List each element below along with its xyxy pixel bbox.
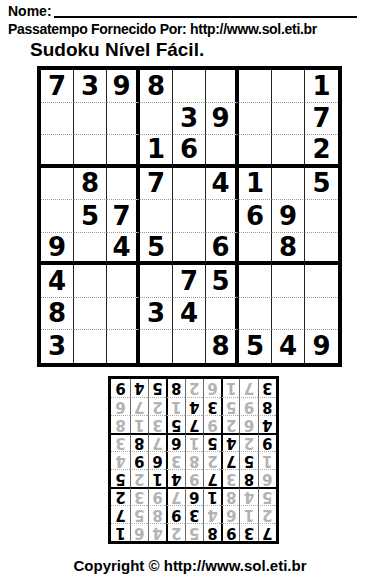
sudoku-cell-r7c2[interactable] <box>74 265 107 298</box>
solution-cell-r6c2: 2 <box>239 433 257 451</box>
solution-cell-r4c1: 6 <box>258 469 276 487</box>
solution-given-digit: 3 <box>244 525 254 540</box>
solution-given-digit: 7 <box>115 507 125 522</box>
given-digit: 2 <box>312 136 330 162</box>
solution-given-digit: 8 <box>207 525 217 540</box>
sudoku-cell-r2c3[interactable] <box>107 103 140 136</box>
sudoku-cell-r5c6[interactable] <box>206 200 239 233</box>
sudoku-cell-r3c4: 1 <box>140 135 173 168</box>
solution-cell-r5c7: 6 <box>148 451 166 469</box>
sudoku-cell-r4c1[interactable] <box>41 168 74 201</box>
given-digit: 6 <box>180 136 198 162</box>
solution-given-digit: 5 <box>171 417 181 432</box>
given-digit: 3 <box>180 105 198 131</box>
sudoku-cell-r3c2[interactable] <box>74 135 107 168</box>
solution-solved-digit: 9 <box>207 417 217 432</box>
sudoku-cell-r3c5: 6 <box>173 135 206 168</box>
solution-cell-r1c6: 2 <box>166 523 184 541</box>
sudoku-cell-r7c5: 7 <box>173 265 206 298</box>
solution-cell-r6c6: 6 <box>166 433 184 451</box>
sudoku-cell-r2c5: 3 <box>173 103 206 136</box>
given-digit: 1 <box>147 136 165 162</box>
solution-solved-digit: 8 <box>189 453 199 468</box>
given-digit: 6 <box>211 234 229 260</box>
solution-solved-digit: 8 <box>152 507 162 522</box>
solution-cell-r1c1: 7 <box>258 523 276 541</box>
solution-cell-r1c2: 3 <box>239 523 257 541</box>
solution-solved-digit: 2 <box>226 417 236 432</box>
solution-cell-r2c1: 2 <box>258 505 276 523</box>
given-digit: 9 <box>48 234 66 260</box>
given-digit: 7 <box>112 203 130 229</box>
solution-cell-r1c3: 9 <box>221 523 239 541</box>
given-digit: 3 <box>48 333 66 359</box>
solution-cell-r3c1: 5 <box>258 487 276 505</box>
sudoku-cell-r3c9: 2 <box>305 135 338 168</box>
solution-solved-digit: 1 <box>262 453 272 468</box>
sudoku-cell-r8c9[interactable] <box>305 298 338 331</box>
name-blank-line[interactable] <box>54 16 357 18</box>
solution-cell-r4c8: 2 <box>130 469 148 487</box>
sudoku-cell-r7c8[interactable] <box>272 265 305 298</box>
solution-solved-digit: 9 <box>244 399 254 414</box>
solution-cell-r6c3: 4 <box>221 433 239 451</box>
solution-given-digit: 1 <box>207 489 217 504</box>
solution-cell-r5c4: 2 <box>203 451 221 469</box>
sudoku-cell-r9c8: 4 <box>272 330 305 363</box>
worksheet: Nome: Passatempo Fornecido Por: http://w… <box>0 0 380 544</box>
solution-given-digit: 2 <box>115 489 125 504</box>
solution-given-digit: 8 <box>171 380 181 395</box>
solution-solved-digit: 2 <box>134 471 144 486</box>
given-digit: 5 <box>81 203 99 229</box>
solution-solved-digit: 6 <box>244 417 254 432</box>
sudoku-cell-r3c3[interactable] <box>107 135 140 168</box>
solution-given-digit: 5 <box>115 471 125 486</box>
solution-cell-r6c1: 9 <box>258 433 276 451</box>
solution-given-digit: 4 <box>262 417 272 432</box>
solution-given-digit: 7 <box>189 417 199 432</box>
solution-cell-r9c7: 5 <box>148 379 166 397</box>
solution-cell-r5c6: 3 <box>166 451 184 469</box>
sudoku-cell-r4c3[interactable] <box>107 168 140 201</box>
solution-given-digit: 1 <box>152 471 162 486</box>
sudoku-cell-r1c3: 9 <box>107 70 140 103</box>
sudoku-cell-r1c4: 8 <box>140 70 173 103</box>
solution-solved-digit: 1 <box>134 417 144 432</box>
solution-cell-r4c9: 5 <box>111 469 129 487</box>
solution-cell-r4c3: 3 <box>221 469 239 487</box>
solution-cell-r8c2: 9 <box>239 397 257 415</box>
solution-solved-digit: 1 <box>171 399 181 414</box>
solution-solved-digit: 6 <box>134 525 144 540</box>
sudoku-cell-r5c8: 9 <box>272 200 305 233</box>
sudoku-cell-r3c8[interactable] <box>272 135 305 168</box>
sudoku-cell-r4c7: 1 <box>239 168 272 201</box>
solution-given-digit: 1 <box>115 525 125 540</box>
sudoku-cell-r6c7[interactable] <box>239 233 272 266</box>
solution-cell-r2c4: 4 <box>203 505 221 523</box>
solution-solved-digit: 2 <box>262 507 272 522</box>
solution-cell-r2c7: 8 <box>148 505 166 523</box>
solution-cell-r4c6: 4 <box>166 469 184 487</box>
sudoku-cell-r2c4[interactable] <box>140 103 173 136</box>
solution-given-digit: 6 <box>171 435 181 450</box>
sudoku-cell-r6c6: 6 <box>206 233 239 266</box>
solution-cell-r8c6: 1 <box>166 397 184 415</box>
solution-solved-digit: 3 <box>152 417 162 432</box>
sudoku-cell-r4c4: 7 <box>140 168 173 201</box>
sudoku-cell-r7c6: 5 <box>206 265 239 298</box>
sudoku-cell-r4c9: 5 <box>305 168 338 201</box>
solution-given-digit: 8 <box>262 399 272 414</box>
sudoku-cell-r6c2[interactable] <box>74 233 107 266</box>
given-digit: 5 <box>312 170 330 196</box>
given-digit: 9 <box>312 333 330 359</box>
solution-cell-r1c5: 5 <box>185 523 203 541</box>
solution-given-digit: 7 <box>226 453 236 468</box>
solution-cell-r5c8: 9 <box>130 451 148 469</box>
solution-cell-r5c1: 1 <box>258 451 276 469</box>
solution-given-digit: 5 <box>244 453 254 468</box>
solution-cell-r7c3: 2 <box>221 415 239 433</box>
solution-solved-digit: 3 <box>134 489 144 504</box>
sudoku-cell-r1c7[interactable] <box>239 70 272 103</box>
given-digit: 9 <box>112 73 130 99</box>
sudoku-cell-r5c3: 7 <box>107 200 140 233</box>
solution-solved-digit: 7 <box>244 380 254 395</box>
sudoku-cell-r2c6: 9 <box>206 103 239 136</box>
solution-given-digit: 3 <box>189 507 199 522</box>
solution-given-digit: 4 <box>171 471 181 486</box>
solution-cell-r7c9: 8 <box>111 415 129 433</box>
given-digit: 1 <box>312 73 330 99</box>
solution-solved-digit: 2 <box>207 453 217 468</box>
sudoku-cell-r8c2[interactable] <box>74 298 107 331</box>
sudoku-cell-r9c2[interactable] <box>74 330 107 363</box>
solution-cell-r4c7: 1 <box>148 469 166 487</box>
given-digit: 4 <box>279 333 297 359</box>
sudoku-cell-r5c2: 5 <box>74 200 107 233</box>
solution-cell-r2c9: 7 <box>111 505 129 523</box>
solution-cell-r7c2: 6 <box>239 415 257 433</box>
sudoku-cell-r1c1: 7 <box>41 70 74 103</box>
solution-solved-digit: 6 <box>115 399 125 414</box>
solution-given-digit: 3 <box>262 380 272 395</box>
sudoku-cell-r7c1: 4 <box>41 265 74 298</box>
given-digit: 7 <box>312 105 330 131</box>
solution-cell-r3c7: 9 <box>148 487 166 505</box>
sudoku-cell-r4c6: 4 <box>206 168 239 201</box>
solution-cell-r9c4: 6 <box>203 379 221 397</box>
solution-cell-r2c2: 1 <box>239 505 257 523</box>
solution-cell-r3c9: 2 <box>111 487 129 505</box>
solution-cell-r7c4: 9 <box>203 415 221 433</box>
solution-cell-r9c1: 3 <box>258 379 276 397</box>
given-digit: 8 <box>147 73 165 99</box>
solution-cell-r7c8: 1 <box>130 415 148 433</box>
sudoku-cell-r8c7[interactable] <box>239 298 272 331</box>
sudoku-cell-r9c5[interactable] <box>173 330 206 363</box>
solution-cell-r4c4: 7 <box>203 469 221 487</box>
sudoku-cell-r5c4[interactable] <box>140 200 173 233</box>
solution-cell-r1c9: 1 <box>111 523 129 541</box>
solution-given-digit: 8 <box>244 471 254 486</box>
solution-cell-r5c2: 5 <box>239 451 257 469</box>
solution-solved-digit: 3 <box>171 453 181 468</box>
sudoku-cell-r2c9: 7 <box>305 103 338 136</box>
given-digit: 7 <box>147 170 165 196</box>
given-digit: 7 <box>48 73 66 99</box>
sudoku-cell-r8c5: 4 <box>173 298 206 331</box>
sudoku-cell-r6c1: 9 <box>41 233 74 266</box>
sudoku-cell-r7c4[interactable] <box>140 265 173 298</box>
solution-given-digit: 9 <box>115 380 125 395</box>
sudoku-cell-r8c8[interactable] <box>272 298 305 331</box>
sudoku-cell-r8c3[interactable] <box>107 298 140 331</box>
solution-cell-r8c9: 6 <box>111 397 129 415</box>
sudoku-cell-r2c7[interactable] <box>239 103 272 136</box>
sudoku-cell-r8c4: 3 <box>140 298 173 331</box>
solution-solved-digit: 8 <box>115 417 125 432</box>
solution-cell-r3c8: 3 <box>130 487 148 505</box>
sudoku-cell-r6c3: 4 <box>107 233 140 266</box>
solution-solved-digit: 5 <box>226 399 236 414</box>
sudoku-cell-r2c2[interactable] <box>74 103 107 136</box>
given-digit: 8 <box>279 234 297 260</box>
name-label: Nome: <box>8 3 52 19</box>
solution-cell-r7c5: 7 <box>185 415 203 433</box>
sudoku-cell-r8c1: 8 <box>41 298 74 331</box>
solution-cell-r3c3: 8 <box>221 487 239 505</box>
given-digit: 3 <box>147 300 165 326</box>
given-digit: 4 <box>112 234 130 260</box>
sudoku-cell-r3c6[interactable] <box>206 135 239 168</box>
solution-given-digit: 5 <box>207 435 217 450</box>
sudoku-cell-r5c1[interactable] <box>41 200 74 233</box>
sudoku-cell-r6c4: 5 <box>140 233 173 266</box>
solution-cell-r2c8: 5 <box>130 505 148 523</box>
solution-given-digit: 9 <box>262 435 272 450</box>
given-digit: 5 <box>211 268 229 294</box>
solution-solved-digit: 4 <box>207 507 217 522</box>
solution-cell-r8c7: 2 <box>148 397 166 415</box>
solution-solved-digit: 9 <box>152 489 162 504</box>
solution-cell-r6c8: 8 <box>130 433 148 451</box>
solution-cell-r9c8: 4 <box>130 379 148 397</box>
solution-cell-r4c2: 8 <box>239 469 257 487</box>
solution-solved-digit: 4 <box>115 453 125 468</box>
solution-given-digit: 7 <box>262 525 272 540</box>
given-digit: 5 <box>147 234 165 260</box>
solution-given-digit: 9 <box>171 507 181 522</box>
sudoku-cell-r4c2: 8 <box>74 168 107 201</box>
given-digit: 7 <box>180 268 198 294</box>
given-digit: 9 <box>211 105 229 131</box>
sudoku-cell-r2c8[interactable] <box>272 103 305 136</box>
given-digit: 4 <box>48 268 66 294</box>
solution-cell-r8c4: 3 <box>203 397 221 415</box>
solution-cell-r2c5: 3 <box>185 505 203 523</box>
solution-given-digit: 9 <box>226 525 236 540</box>
solution-solved-digit: 4 <box>152 525 162 540</box>
solution-solved-digit: 7 <box>171 489 181 504</box>
solution-cell-r1c7: 4 <box>148 523 166 541</box>
solution-solved-digit: 3 <box>115 435 125 450</box>
sudoku-cell-r5c9[interactable] <box>305 200 338 233</box>
solution-solved-digit: 9 <box>189 471 199 486</box>
solution-solved-digit: 5 <box>134 507 144 522</box>
solution-solved-digit: 1 <box>244 507 254 522</box>
sudoku-cell-r8c6[interactable] <box>206 298 239 331</box>
solution-given-digit: 6 <box>152 453 162 468</box>
given-digit: 3 <box>81 73 99 99</box>
puzzle-grid: 739813971628741557699456847583438549 <box>37 66 342 367</box>
solution-cell-r1c4: 8 <box>203 523 221 541</box>
sudoku-cell-r6c8: 8 <box>272 233 305 266</box>
sudoku-cell-r9c7: 5 <box>239 330 272 363</box>
solution-cell-r7c6: 5 <box>166 415 184 433</box>
solution-cell-r7c7: 3 <box>148 415 166 433</box>
sudoku-cell-r5c7: 6 <box>239 200 272 233</box>
page-title: Sudoku Nível Fácil. <box>30 40 380 60</box>
solution-given-digit: 5 <box>152 380 162 395</box>
solution-cell-r6c9: 3 <box>111 433 129 451</box>
sudoku-cell-r3c7[interactable] <box>239 135 272 168</box>
solution-cell-r5c3: 7 <box>221 451 239 469</box>
solution-solved-digit: 1 <box>189 435 199 450</box>
solution-given-digit: 4 <box>226 435 236 450</box>
sudoku-cell-r7c9[interactable] <box>305 265 338 298</box>
solution-solved-digit: 6 <box>262 471 272 486</box>
solution-given-digit: 4 <box>134 380 144 395</box>
sudoku-cell-r6c5[interactable] <box>173 233 206 266</box>
sudoku-cell-r9c9: 9 <box>305 330 338 363</box>
solution-solved-digit: 7 <box>152 435 162 450</box>
sudoku-cell-r4c8[interactable] <box>272 168 305 201</box>
solution-cell-r2c6: 9 <box>166 505 184 523</box>
solution-cell-r9c6: 8 <box>166 379 184 397</box>
solution-cell-r4c5: 9 <box>185 469 203 487</box>
solution-given-digit: 3 <box>207 399 217 414</box>
sudoku-cell-r1c9: 1 <box>305 70 338 103</box>
solution-cell-r9c9: 9 <box>111 379 129 397</box>
solution-cell-r8c1: 8 <box>258 397 276 415</box>
solution-cell-r9c5: 2 <box>185 379 203 397</box>
solution-cell-r2c3: 6 <box>221 505 239 523</box>
solution-cell-r9c2: 7 <box>239 379 257 397</box>
solution-solved-digit: 5 <box>189 525 199 540</box>
solution-cell-r9c3: 1 <box>221 379 239 397</box>
given-digit: 8 <box>48 300 66 326</box>
provider-line: Passatempo Fornecido Por: http://www.sol… <box>8 21 380 37</box>
solution-cell-r3c2: 4 <box>239 487 257 505</box>
solution-solved-digit: 2 <box>152 399 162 414</box>
solution-solved-digit: 2 <box>244 435 254 450</box>
solution-cell-r5c5: 8 <box>185 451 203 469</box>
solution-cell-r6c7: 7 <box>148 433 166 451</box>
solution-cell-r8c8: 7 <box>130 397 148 415</box>
given-digit: 4 <box>180 300 198 326</box>
solution-cell-r8c5: 4 <box>185 397 203 415</box>
sudoku-cell-r3c1[interactable] <box>41 135 74 168</box>
sudoku-cell-r1c5[interactable] <box>173 70 206 103</box>
sudoku-cell-r6c9[interactable] <box>305 233 338 266</box>
given-digit: 8 <box>211 333 229 359</box>
solution-given-digit: 7 <box>207 471 217 486</box>
solution-given-digit: 4 <box>189 399 199 414</box>
solution-solved-digit: 5 <box>262 489 272 504</box>
solution-grid: 7398524612164398575481679326837941251572… <box>108 376 279 544</box>
sudoku-cell-r1c6[interactable] <box>206 70 239 103</box>
solution-given-digit: 8 <box>134 435 144 450</box>
sudoku-cell-r7c7[interactable] <box>239 265 272 298</box>
given-digit: 8 <box>81 170 99 196</box>
solution-cell-r3c4: 1 <box>203 487 221 505</box>
solution-cell-r3c5: 6 <box>185 487 203 505</box>
solution-cell-r8c3: 5 <box>221 397 239 415</box>
solution-cell-r5c9: 4 <box>111 451 129 469</box>
solution-cell-r3c6: 7 <box>166 487 184 505</box>
given-digit: 9 <box>279 203 297 229</box>
sudoku-cell-r1c8[interactable] <box>272 70 305 103</box>
solution-solved-digit: 1 <box>226 380 236 395</box>
sudoku-cell-r9c6: 8 <box>206 330 239 363</box>
sudoku-cell-r5c5[interactable] <box>173 200 206 233</box>
solution-given-digit: 6 <box>189 489 199 504</box>
solution-solved-digit: 8 <box>226 489 236 504</box>
solution-solved-digit: 6 <box>226 507 236 522</box>
given-digit: 6 <box>246 203 264 229</box>
sudoku-cell-r7c3[interactable] <box>107 265 140 298</box>
sudoku-cell-r9c1: 3 <box>41 330 74 363</box>
solution-cell-r7c1: 4 <box>258 415 276 433</box>
solution-solved-digit: 2 <box>171 525 181 540</box>
solution-cell-r6c4: 5 <box>203 433 221 451</box>
solution-given-digit: 9 <box>134 453 144 468</box>
sudoku-cell-r9c3[interactable] <box>107 330 140 363</box>
given-digit: 5 <box>246 333 264 359</box>
copyright-line: Copyright © http://www.sol.eti.br <box>0 557 380 575</box>
solution-solved-digit: 6 <box>207 380 217 395</box>
sudoku-cell-r2c1[interactable] <box>41 103 74 136</box>
solution-cell-r1c8: 6 <box>130 523 148 541</box>
given-digit: 1 <box>246 170 264 196</box>
given-digit: 4 <box>211 170 229 196</box>
sudoku-cell-r4c5[interactable] <box>173 168 206 201</box>
solution-cell-r6c5: 1 <box>185 433 203 451</box>
name-row: Nome: <box>8 3 357 19</box>
sudoku-cell-r9c4[interactable] <box>140 330 173 363</box>
solution-solved-digit: 3 <box>226 471 236 486</box>
solution-solved-digit: 7 <box>134 399 144 414</box>
solution-solved-digit: 4 <box>244 489 254 504</box>
solution-solved-digit: 2 <box>189 380 199 395</box>
sudoku-cell-r1c2: 3 <box>74 70 107 103</box>
